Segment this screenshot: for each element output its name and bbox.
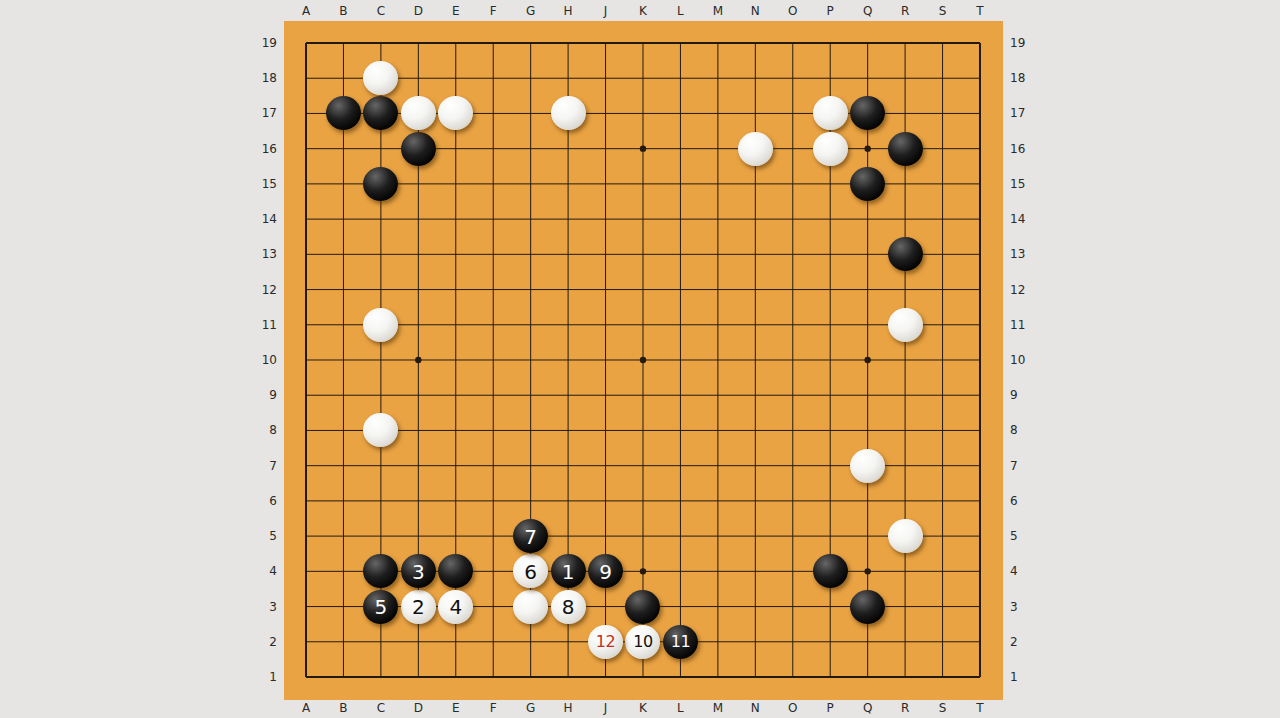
move-number-8: 8 [562,596,575,617]
coord-top-M: M [708,3,728,19]
coord-right-14: 14 [1010,211,1050,227]
coord-left-18: 18 [237,70,277,86]
coord-bottom-J: J [596,700,616,716]
coord-top-D: D [408,3,428,19]
coord-left-4: 4 [237,563,277,579]
coord-bottom-S: S [933,700,953,716]
coord-top-S: S [933,3,953,19]
black-stone-C15 [363,167,398,201]
coord-right-17: 17 [1010,105,1050,121]
coord-top-R: R [895,3,915,19]
coord-top-C: C [371,3,391,19]
coord-left-16: 16 [237,141,277,157]
black-stone-move-3-D4: 3 [401,554,436,588]
black-stone-move-1-H4: 1 [551,554,586,588]
star-point-K10 [640,357,646,363]
coord-top-T: T [970,3,990,19]
move-number-4: 4 [449,596,462,617]
black-stone-Q15 [850,167,885,201]
coord-top-L: L [670,3,690,19]
coord-right-8: 8 [1010,422,1050,438]
coord-left-1: 1 [237,669,277,685]
coord-left-12: 12 [237,282,277,298]
star-point-Q10 [864,357,870,363]
coord-right-11: 11 [1010,317,1050,333]
move-number-2: 2 [412,596,425,617]
coord-bottom-Q: Q [858,700,878,716]
coord-left-6: 6 [237,493,277,509]
coord-right-13: 13 [1010,246,1050,262]
coord-bottom-O: O [783,700,803,716]
star-point-D10 [415,357,421,363]
black-stone-Q3 [850,590,885,624]
coord-bottom-E: E [446,700,466,716]
white-stone-R5 [888,519,923,553]
coord-top-F: F [483,3,503,19]
coord-bottom-A: A [296,700,316,716]
move-number-9: 9 [599,561,612,582]
move-number-3: 3 [412,561,425,582]
white-stone-N16 [738,132,773,166]
white-stone-move-4-E3: 4 [438,590,473,624]
coord-right-18: 18 [1010,70,1050,86]
white-stone-Q7 [850,449,885,483]
coord-bottom-R: R [895,700,915,716]
move-number-1: 1 [562,561,575,582]
star-point-Q4 [864,568,870,574]
white-stone-move-12-J2: 12 [588,625,623,659]
move-number-5: 5 [375,596,388,617]
coord-top-N: N [745,3,765,19]
coord-top-O: O [783,3,803,19]
move-number-10: 10 [633,633,652,650]
go-board-diagram: AABBCCDDEEFFGGHHJJKKLLMMNNOOPPQQRRSSTT19… [0,0,1280,718]
coord-right-12: 12 [1010,282,1050,298]
coord-top-E: E [446,3,466,19]
coord-left-19: 19 [237,35,277,51]
coord-left-13: 13 [237,246,277,262]
black-stone-P4 [813,554,848,588]
coord-right-7: 7 [1010,458,1050,474]
white-stone-H17 [551,96,586,130]
coord-top-P: P [820,3,840,19]
black-stone-K3 [625,590,660,624]
coord-bottom-P: P [820,700,840,716]
coord-left-9: 9 [237,387,277,403]
coord-bottom-F: F [483,700,503,716]
coord-bottom-C: C [371,700,391,716]
coord-right-16: 16 [1010,141,1050,157]
coord-top-G: G [521,3,541,19]
coord-bottom-M: M [708,700,728,716]
white-stone-P17 [813,96,848,130]
white-stone-C11 [363,308,398,342]
coord-top-B: B [333,3,353,19]
coord-left-14: 14 [237,211,277,227]
coord-bottom-T: T [970,700,990,716]
coord-right-4: 4 [1010,563,1050,579]
coord-left-15: 15 [237,176,277,192]
coord-left-11: 11 [237,317,277,333]
coord-left-7: 7 [237,458,277,474]
white-stone-move-10-K2: 10 [625,625,660,659]
white-stone-move-2-D3: 2 [401,590,436,624]
coord-right-9: 9 [1010,387,1050,403]
coord-right-2: 2 [1010,634,1050,650]
coord-right-6: 6 [1010,493,1050,509]
white-stone-P16 [813,132,848,166]
coord-top-H: H [558,3,578,19]
coord-right-1: 1 [1010,669,1050,685]
move-number-12: 12 [596,633,615,650]
coord-bottom-D: D [408,700,428,716]
coord-bottom-B: B [333,700,353,716]
black-stone-R16 [888,132,923,166]
coord-left-2: 2 [237,634,277,650]
white-stone-G3 [513,590,548,624]
coord-left-10: 10 [237,352,277,368]
coord-top-K: K [633,3,653,19]
coord-right-5: 5 [1010,528,1050,544]
coord-left-3: 3 [237,599,277,615]
coord-bottom-L: L [670,700,690,716]
coord-right-3: 3 [1010,599,1050,615]
move-number-6: 6 [524,561,537,582]
black-stone-R13 [888,237,923,271]
black-stone-move-11-L2: 11 [663,625,698,659]
star-point-Q16 [864,145,870,151]
coord-left-17: 17 [237,105,277,121]
coord-top-A: A [296,3,316,19]
black-stone-move-7-G5: 7 [513,519,548,553]
star-point-K4 [640,568,646,574]
coord-top-Q: Q [858,3,878,19]
coord-right-15: 15 [1010,176,1050,192]
star-point-K16 [640,145,646,151]
coord-bottom-G: G [521,700,541,716]
coord-left-8: 8 [237,422,277,438]
white-stone-R11 [888,308,923,342]
coord-top-J: J [596,3,616,19]
coord-bottom-N: N [745,700,765,716]
move-number-11: 11 [671,633,690,650]
coord-right-19: 19 [1010,35,1050,51]
coord-right-10: 10 [1010,352,1050,368]
move-number-7: 7 [524,526,537,547]
coord-left-5: 5 [237,528,277,544]
black-stone-D16 [401,132,436,166]
coord-bottom-K: K [633,700,653,716]
white-stone-move-8-H3: 8 [551,590,586,624]
coord-bottom-H: H [558,700,578,716]
black-stone-move-5-C3: 5 [363,590,398,624]
